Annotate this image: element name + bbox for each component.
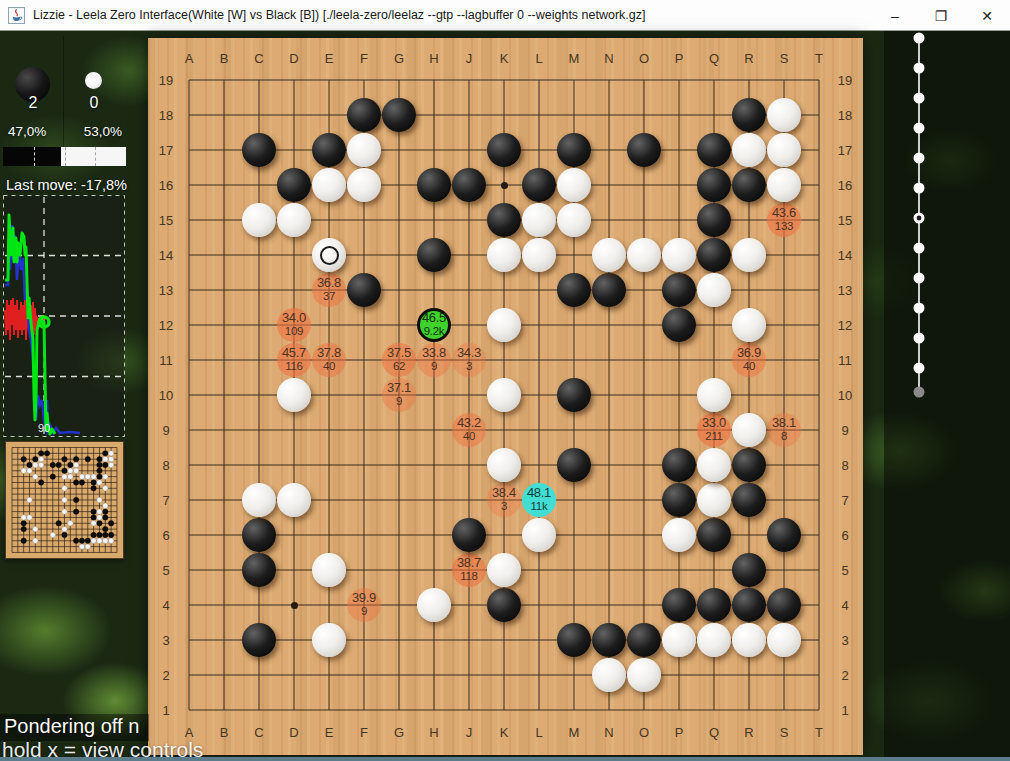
suggestion-R11[interactable]: 36.940	[725, 343, 773, 377]
suggestion-D12[interactable]: 34.0109	[270, 308, 318, 342]
coord-label-col-A-top: A	[185, 51, 194, 66]
lizzie-window: Lizzie - Leela Zero Interface(White [W] …	[0, 0, 1010, 761]
winrate-bar-black-segment	[3, 147, 61, 166]
white-stone-D15	[277, 203, 311, 237]
black-stone-N3	[592, 623, 626, 657]
suggestion-F4[interactable]: 39.99	[340, 588, 388, 622]
black-stone-P8	[662, 448, 696, 482]
white-stone-C15	[242, 203, 276, 237]
suggestion-visits-F4: 9	[340, 605, 388, 618]
tree-node-8[interactable]	[914, 273, 925, 284]
suggestion-winrate-R11: 36.9	[725, 345, 773, 360]
white-stone-D10	[277, 378, 311, 412]
java-app-icon	[8, 7, 25, 24]
coord-label-col-B-bottom: B	[220, 725, 229, 740]
coord-label-col-R-top: R	[744, 51, 753, 66]
coord-label-col-L-top: L	[535, 51, 542, 66]
coord-label-col-L-bottom: L	[535, 725, 542, 740]
black-stone-M8	[557, 448, 591, 482]
black-stone-Q16	[697, 168, 731, 202]
coord-label-col-M-top: M	[569, 51, 580, 66]
white-capture-stone-icon	[85, 72, 102, 89]
black-stone-R5	[732, 553, 766, 587]
black-stone-R8	[732, 448, 766, 482]
tree-node-5[interactable]	[914, 183, 925, 194]
suggestion-winrate-H12: 46.5	[410, 310, 458, 325]
white-stone-E5	[312, 553, 346, 587]
suggestion-winrate-S9: 38.1	[760, 415, 808, 430]
black-stone-P13	[662, 273, 696, 307]
coord-label-col-N-top: N	[604, 51, 613, 66]
white-stone-P14	[662, 238, 696, 272]
coord-label-row-12-left: 12	[159, 318, 173, 333]
black-stone-P12	[662, 308, 696, 342]
black-stone-Q4	[697, 588, 731, 622]
winrate-bar	[3, 147, 126, 166]
coord-label-row-11-right: 11	[838, 353, 852, 368]
coord-label-row-15-left: 15	[159, 213, 173, 228]
suggestion-J9[interactable]: 43.240	[445, 413, 493, 447]
coord-label-row-18-right: 18	[838, 108, 852, 123]
black-stone-C3	[242, 623, 276, 657]
white-stone-Q10	[697, 378, 731, 412]
coord-label-col-S-bottom: S	[780, 725, 789, 740]
window-title: Lizzie - Leela Zero Interface(White [W] …	[33, 8, 646, 22]
wallpaper-background: 2 0 47,0% 53,0% Last move: -17,8% 90 AAB…	[0, 31, 1010, 761]
coord-label-col-R-bottom: R	[744, 725, 753, 740]
tree-node-1[interactable]	[914, 63, 925, 74]
coord-label-col-O-top: O	[639, 51, 649, 66]
white-stone-L14	[522, 238, 556, 272]
tree-node-4[interactable]	[914, 153, 925, 164]
suggestion-visits-S15: 133	[760, 220, 808, 233]
coord-label-row-3-right: 3	[841, 633, 848, 648]
coord-label-col-S-top: S	[780, 51, 789, 66]
variation-tree-panel	[884, 31, 1010, 761]
coord-label-col-N-bottom: N	[604, 725, 613, 740]
black-stone-J6	[452, 518, 486, 552]
coord-label-row-17-right: 17	[838, 143, 852, 158]
coord-label-row-18-left: 18	[159, 108, 173, 123]
suggestion-visits-K7: 3	[480, 500, 528, 513]
white-stone-R17	[732, 133, 766, 167]
black-stone-G18	[382, 98, 416, 132]
coord-label-col-D-top: D	[289, 51, 298, 66]
white-stone-P3	[662, 623, 696, 657]
coord-label-row-1-right: 1	[841, 703, 848, 718]
tree-node-12[interactable]	[914, 387, 925, 398]
go-board[interactable]: AABBCCDDEEFFGGHHJJKKLLMMNNOOPPQQRRSSTT19…	[148, 38, 863, 755]
suggestion-K7[interactable]: 38.43	[480, 483, 528, 517]
maximize-button[interactable]: ❐	[918, 0, 964, 31]
coord-label-col-E-top: E	[325, 51, 334, 66]
suggestion-visits-E11: 40	[305, 360, 353, 373]
coord-label-row-11-left: 11	[159, 353, 173, 368]
black-stone-H14	[417, 238, 451, 272]
suggestion-visits-J9: 40	[445, 430, 493, 443]
window-bottom-edge	[0, 757, 1010, 761]
coord-label-row-3-left: 3	[162, 633, 169, 648]
suggestion-visits-S9: 8	[760, 430, 808, 443]
suggestion-winrate-F4: 39.9	[340, 590, 388, 605]
suggestion-winrate-E11: 37.8	[305, 345, 353, 360]
black-stone-K4	[487, 588, 521, 622]
tree-node-10[interactable]	[914, 333, 925, 344]
black-stone-C5	[242, 553, 276, 587]
coord-label-col-Q-bottom: Q	[709, 725, 719, 740]
suggestion-winrate-E13: 36.8	[305, 275, 353, 290]
ponder-status-text: Pondering off n	[0, 714, 149, 741]
suggestion-visits-H12: 9.2k	[410, 325, 458, 338]
black-stone-D16	[277, 168, 311, 202]
black-stone-J16	[452, 168, 486, 202]
coord-label-col-K-top: K	[500, 51, 509, 66]
coord-label-col-F-top: F	[360, 51, 368, 66]
white-stone-R14	[732, 238, 766, 272]
coord-label-row-17-left: 17	[159, 143, 173, 158]
black-stone-O17	[627, 133, 661, 167]
coord-label-col-F-bottom: F	[360, 725, 368, 740]
white-stone-R9	[732, 413, 766, 447]
black-stone-K15	[487, 203, 521, 237]
suggestion-winrate-Q9: 33.0	[690, 415, 738, 430]
coord-label-row-2-right: 2	[841, 668, 848, 683]
coord-label-col-H-bottom: H	[429, 725, 438, 740]
black-stone-O3	[627, 623, 661, 657]
white-stone-S16	[767, 168, 801, 202]
coord-label-col-G-top: G	[394, 51, 404, 66]
white-stone-E16	[312, 168, 346, 202]
suggestion-winrate-D12: 34.0	[270, 310, 318, 325]
black-stone-Q15	[697, 203, 731, 237]
white-stone-L6	[522, 518, 556, 552]
winrate-bar-tick-75	[95, 147, 96, 166]
suggestion-winrate-S15: 43.6	[760, 205, 808, 220]
black-stone-S4	[767, 588, 801, 622]
white-capture-count: 0	[74, 94, 114, 112]
coord-label-row-19-left: 19	[159, 73, 173, 88]
winrate-graph[interactable]: 90	[3, 195, 125, 437]
suggestion-visits-G10: 9	[375, 395, 423, 408]
coord-label-row-9-left: 9	[162, 423, 169, 438]
black-stone-R7	[732, 483, 766, 517]
white-winrate-percent: 53,0%	[84, 124, 122, 139]
coord-label-col-J-top: J	[466, 51, 473, 66]
position-thumbnail[interactable]	[5, 441, 124, 559]
black-stone-C17	[242, 133, 276, 167]
coord-label-row-6-left: 6	[162, 528, 169, 543]
white-stone-N2	[592, 658, 626, 692]
black-stone-N13	[592, 273, 626, 307]
black-stone-K17	[487, 133, 521, 167]
coord-label-col-G-bottom: G	[394, 725, 404, 740]
black-stone-M13	[557, 273, 591, 307]
coord-label-col-J-bottom: J	[466, 725, 473, 740]
last-move-delta: Last move: -17,8%	[6, 177, 127, 193]
coord-label-row-2-left: 2	[162, 668, 169, 683]
coord-label-row-13-left: 13	[159, 283, 173, 298]
white-stone-F16	[347, 168, 381, 202]
coord-label-col-H-top: H	[429, 51, 438, 66]
suggestion-winrate-G10: 37.1	[375, 380, 423, 395]
white-stone-E3	[312, 623, 346, 657]
white-stone-R12	[732, 308, 766, 342]
white-stone-Q13	[697, 273, 731, 307]
coord-label-col-M-bottom: M	[569, 725, 580, 740]
suggestion-winrate-J5: 38.7	[445, 555, 493, 570]
suggestion-J5[interactable]: 38.7118	[445, 553, 493, 587]
white-stone-K12	[487, 308, 521, 342]
white-stone-L15	[522, 203, 556, 237]
white-stone-R3	[732, 623, 766, 657]
tree-node-2[interactable]	[914, 93, 925, 104]
coord-label-row-6-right: 6	[841, 528, 848, 543]
tree-node-9[interactable]	[914, 303, 925, 314]
coord-label-row-13-right: 13	[838, 283, 852, 298]
star-point-D4	[291, 602, 298, 609]
white-stone-K10	[487, 378, 521, 412]
coord-label-col-E-bottom: E	[325, 725, 334, 740]
coord-label-col-Q-top: Q	[709, 51, 719, 66]
black-stone-R16	[732, 168, 766, 202]
tree-node-7[interactable]	[914, 243, 925, 254]
coord-label-row-1-left: 1	[162, 703, 169, 718]
coord-label-col-C-bottom: C	[254, 725, 263, 740]
coord-label-row-15-right: 15	[838, 213, 852, 228]
white-stone-K5	[487, 553, 521, 587]
suggestion-winrate-J11: 34.3	[445, 345, 493, 360]
black-stone-Q17	[697, 133, 731, 167]
black-stone-M17	[557, 133, 591, 167]
suggestion-H12[interactable]: 46.59.2k	[410, 308, 458, 342]
suggestion-winrate-J9: 43.2	[445, 415, 493, 430]
svg-text:90: 90	[38, 422, 50, 434]
coord-label-col-O-bottom: O	[639, 725, 649, 740]
white-stone-K14	[487, 238, 521, 272]
suggestion-visits-Q9: 211	[690, 430, 738, 443]
title-bar: Lizzie - Leela Zero Interface(White [W] …	[0, 0, 1010, 31]
coord-label-col-T-bottom: T	[815, 725, 823, 740]
coord-label-row-5-right: 5	[841, 563, 848, 578]
coord-label-row-7-left: 7	[162, 493, 169, 508]
coord-label-row-14-left: 14	[159, 248, 173, 263]
coord-label-col-T-top: T	[815, 51, 823, 66]
black-stone-P4	[662, 588, 696, 622]
white-stone-O14	[627, 238, 661, 272]
white-stone-P6	[662, 518, 696, 552]
white-stone-M15	[557, 203, 591, 237]
black-stone-E17	[312, 133, 346, 167]
coord-label-row-14-right: 14	[838, 248, 852, 263]
coord-label-row-7-right: 7	[841, 493, 848, 508]
black-stone-R4	[732, 588, 766, 622]
coord-label-row-5-left: 5	[162, 563, 169, 578]
suggestion-visits-D12: 109	[270, 325, 318, 338]
black-stone-P7	[662, 483, 696, 517]
coord-label-row-16-right: 16	[838, 178, 852, 193]
winrate-bar-tick-25	[34, 147, 35, 166]
suggestion-visits-J11: 3	[445, 360, 493, 373]
black-stone-Q6	[697, 518, 731, 552]
white-stone-D7	[277, 483, 311, 517]
suggestion-visits-R11: 40	[725, 360, 773, 373]
winrate-bar-tick-50	[65, 147, 66, 166]
white-stone-N14	[592, 238, 626, 272]
black-stone-C6	[242, 518, 276, 552]
suggestion-E13[interactable]: 36.837	[305, 273, 353, 307]
black-capture-count: 2	[13, 94, 53, 112]
window-controls: – ❐ ✕	[872, 0, 1010, 31]
white-stone-Q8	[697, 448, 731, 482]
coord-label-col-P-bottom: P	[675, 725, 684, 740]
white-stone-Q7	[697, 483, 731, 517]
coord-label-row-4-right: 4	[841, 598, 848, 613]
star-point-K16	[501, 182, 508, 189]
suggestion-visits-E13: 37	[305, 290, 353, 303]
black-winrate-percent: 47,0%	[8, 124, 46, 139]
coord-label-row-19-right: 19	[838, 73, 852, 88]
black-stone-M3	[557, 623, 591, 657]
white-stone-S18	[767, 98, 801, 132]
coord-label-row-9-right: 9	[841, 423, 848, 438]
white-stone-S17	[767, 133, 801, 167]
variation-tree[interactable]	[884, 31, 1010, 411]
coord-label-row-16-left: 16	[159, 178, 173, 193]
coord-label-col-D-bottom: D	[289, 725, 298, 740]
white-stone-K8	[487, 448, 521, 482]
capture-divider	[63, 36, 64, 151]
white-stone-Q3	[697, 623, 731, 657]
suggestion-S15[interactable]: 43.6133	[760, 203, 808, 237]
close-button[interactable]: ✕	[964, 0, 1010, 31]
coord-label-col-P-top: P	[675, 51, 684, 66]
suggestion-S9[interactable]: 38.18	[760, 413, 808, 447]
minimize-button[interactable]: –	[872, 0, 918, 31]
suggestion-G10[interactable]: 37.19	[375, 378, 423, 412]
suggestion-J11[interactable]: 34.33	[445, 343, 493, 377]
coord-label-row-8-left: 8	[162, 458, 169, 473]
white-stone-C7	[242, 483, 276, 517]
white-stone-O2	[627, 658, 661, 692]
coord-label-row-10-right: 10	[838, 388, 852, 403]
tree-node-0[interactable]	[914, 33, 925, 44]
coord-label-col-K-bottom: K	[500, 725, 509, 740]
black-stone-M10	[557, 378, 591, 412]
black-stone-L16	[522, 168, 556, 202]
tree-node-3[interactable]	[914, 123, 925, 134]
white-stone-H4	[417, 588, 451, 622]
white-stone-S3	[767, 623, 801, 657]
tree-node-11[interactable]	[914, 363, 925, 374]
coord-label-row-4-left: 4	[162, 598, 169, 613]
white-stone-M16	[557, 168, 591, 202]
suggestion-visits-J5: 118	[445, 570, 493, 583]
black-stone-Q14	[697, 238, 731, 272]
suggestion-E11[interactable]: 37.840	[305, 343, 353, 377]
suggestion-winrate-K7: 38.4	[480, 485, 528, 500]
coord-label-col-C-top: C	[254, 51, 263, 66]
coord-label-row-12-right: 12	[838, 318, 852, 333]
coord-label-row-8-right: 8	[841, 458, 848, 473]
last-move-marker	[320, 246, 339, 265]
white-stone-F17	[347, 133, 381, 167]
suggestion-Q9[interactable]: 33.0211	[690, 413, 738, 447]
black-stone-R18	[732, 98, 766, 132]
black-stone-F13	[347, 273, 381, 307]
black-stone-S6	[767, 518, 801, 552]
coord-label-col-B-top: B	[220, 51, 229, 66]
black-stone-H16	[417, 168, 451, 202]
black-stone-F18	[347, 98, 381, 132]
coord-label-row-10-left: 10	[159, 388, 173, 403]
